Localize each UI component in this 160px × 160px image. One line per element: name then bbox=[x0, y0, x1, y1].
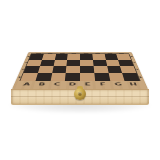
board-square bbox=[122, 73, 139, 81]
checker-grid bbox=[20, 54, 139, 81]
file-label: F bbox=[95, 81, 112, 89]
clasp-pin bbox=[78, 92, 82, 96]
file-label: H bbox=[125, 81, 143, 89]
board-square bbox=[50, 73, 66, 81]
brass-clasp bbox=[74, 87, 86, 100]
board-square bbox=[80, 66, 94, 73]
product-photo: 4321 4321 ABCDEFGH bbox=[0, 0, 160, 160]
file-label: C bbox=[49, 81, 66, 89]
board-square bbox=[120, 66, 136, 73]
board-square bbox=[66, 66, 80, 73]
board-square bbox=[52, 66, 67, 73]
board-square bbox=[80, 73, 95, 81]
chess-board-top: 4321 4321 ABCDEFGH bbox=[12, 52, 148, 89]
board-square bbox=[65, 73, 80, 81]
